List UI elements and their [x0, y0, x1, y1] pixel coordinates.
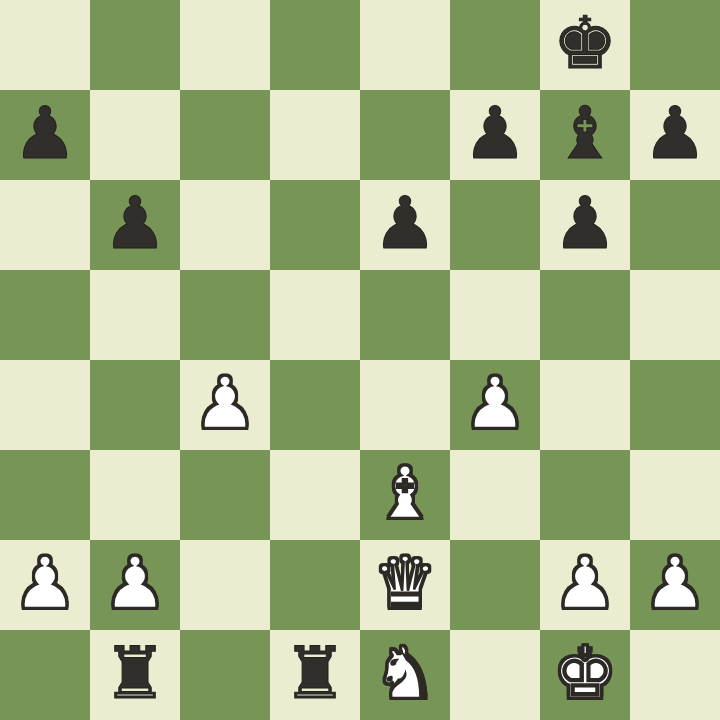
square-h2[interactable]: ♟: [630, 540, 720, 630]
square-b7[interactable]: [90, 90, 180, 180]
square-c6[interactable]: [180, 180, 270, 270]
square-g6[interactable]: ♟: [540, 180, 630, 270]
square-d6[interactable]: [270, 180, 360, 270]
square-a3[interactable]: [0, 450, 90, 540]
piece-white-knight[interactable]: ♞: [373, 637, 438, 709]
square-c3[interactable]: [180, 450, 270, 540]
piece-white-pawn[interactable]: ♟: [463, 367, 528, 439]
square-a2[interactable]: ♟: [0, 540, 90, 630]
piece-white-king[interactable]: ♚: [553, 637, 618, 709]
piece-white-pawn[interactable]: ♟: [193, 367, 258, 439]
square-b2[interactable]: ♟: [90, 540, 180, 630]
piece-black-king[interactable]: ♚: [553, 7, 618, 79]
square-d5[interactable]: [270, 270, 360, 360]
square-b6[interactable]: ♟: [90, 180, 180, 270]
piece-white-pawn[interactable]: ♟: [553, 547, 618, 619]
piece-black-pawn[interactable]: ♟: [373, 187, 438, 259]
piece-black-bishop[interactable]: ♝: [553, 97, 618, 169]
square-h4[interactable]: [630, 360, 720, 450]
square-b1[interactable]: ♜: [90, 630, 180, 720]
square-g8[interactable]: ♚: [540, 0, 630, 90]
square-g1[interactable]: ♚: [540, 630, 630, 720]
square-f5[interactable]: [450, 270, 540, 360]
square-f6[interactable]: [450, 180, 540, 270]
square-b5[interactable]: [90, 270, 180, 360]
square-d7[interactable]: [270, 90, 360, 180]
square-e4[interactable]: [360, 360, 450, 450]
square-e8[interactable]: [360, 0, 450, 90]
square-e2[interactable]: ♛: [360, 540, 450, 630]
chess-board: ♚♟♟♝♟♟♟♟♟♟♝♟♟♛♟♟♜♜♞♚: [0, 0, 720, 720]
square-a7[interactable]: ♟: [0, 90, 90, 180]
piece-white-bishop[interactable]: ♝: [373, 457, 438, 529]
square-d3[interactable]: [270, 450, 360, 540]
square-b8[interactable]: [90, 0, 180, 90]
piece-white-pawn[interactable]: ♟: [13, 547, 78, 619]
square-b4[interactable]: [90, 360, 180, 450]
square-g3[interactable]: [540, 450, 630, 540]
piece-black-rook[interactable]: ♜: [283, 637, 348, 709]
square-e3[interactable]: ♝: [360, 450, 450, 540]
square-a8[interactable]: [0, 0, 90, 90]
square-d1[interactable]: ♜: [270, 630, 360, 720]
square-e5[interactable]: [360, 270, 450, 360]
square-g5[interactable]: [540, 270, 630, 360]
square-c1[interactable]: [180, 630, 270, 720]
square-f4[interactable]: ♟: [450, 360, 540, 450]
square-c4[interactable]: ♟: [180, 360, 270, 450]
square-e7[interactable]: [360, 90, 450, 180]
piece-black-pawn[interactable]: ♟: [103, 187, 168, 259]
square-h5[interactable]: [630, 270, 720, 360]
square-d4[interactable]: [270, 360, 360, 450]
piece-black-pawn[interactable]: ♟: [463, 97, 528, 169]
square-a5[interactable]: [0, 270, 90, 360]
square-f1[interactable]: [450, 630, 540, 720]
piece-white-pawn[interactable]: ♟: [643, 547, 708, 619]
piece-black-rook[interactable]: ♜: [103, 637, 168, 709]
square-g7[interactable]: ♝: [540, 90, 630, 180]
square-h3[interactable]: [630, 450, 720, 540]
square-f7[interactable]: ♟: [450, 90, 540, 180]
square-h8[interactable]: [630, 0, 720, 90]
piece-black-pawn[interactable]: ♟: [13, 97, 78, 169]
square-c7[interactable]: [180, 90, 270, 180]
square-f8[interactable]: [450, 0, 540, 90]
piece-black-pawn[interactable]: ♟: [553, 187, 618, 259]
square-g2[interactable]: ♟: [540, 540, 630, 630]
square-d2[interactable]: [270, 540, 360, 630]
square-a4[interactable]: [0, 360, 90, 450]
square-a6[interactable]: [0, 180, 90, 270]
square-h6[interactable]: [630, 180, 720, 270]
square-h1[interactable]: [630, 630, 720, 720]
square-c5[interactable]: [180, 270, 270, 360]
square-f3[interactable]: [450, 450, 540, 540]
piece-white-pawn[interactable]: ♟: [103, 547, 168, 619]
square-a1[interactable]: [0, 630, 90, 720]
square-e6[interactable]: ♟: [360, 180, 450, 270]
square-g4[interactable]: [540, 360, 630, 450]
square-f2[interactable]: [450, 540, 540, 630]
square-c8[interactable]: [180, 0, 270, 90]
piece-white-queen[interactable]: ♛: [373, 547, 438, 619]
square-c2[interactable]: [180, 540, 270, 630]
square-h7[interactable]: ♟: [630, 90, 720, 180]
square-b3[interactable]: [90, 450, 180, 540]
square-d8[interactable]: [270, 0, 360, 90]
piece-black-pawn[interactable]: ♟: [643, 97, 708, 169]
square-e1[interactable]: ♞: [360, 630, 450, 720]
